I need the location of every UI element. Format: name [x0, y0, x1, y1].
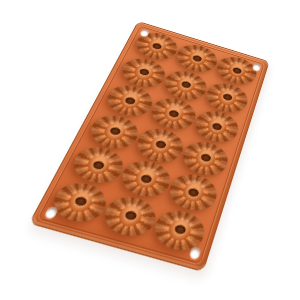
silicone-mold	[29, 21, 270, 272]
product-photo	[0, 0, 300, 300]
cavity-grid	[45, 28, 261, 257]
